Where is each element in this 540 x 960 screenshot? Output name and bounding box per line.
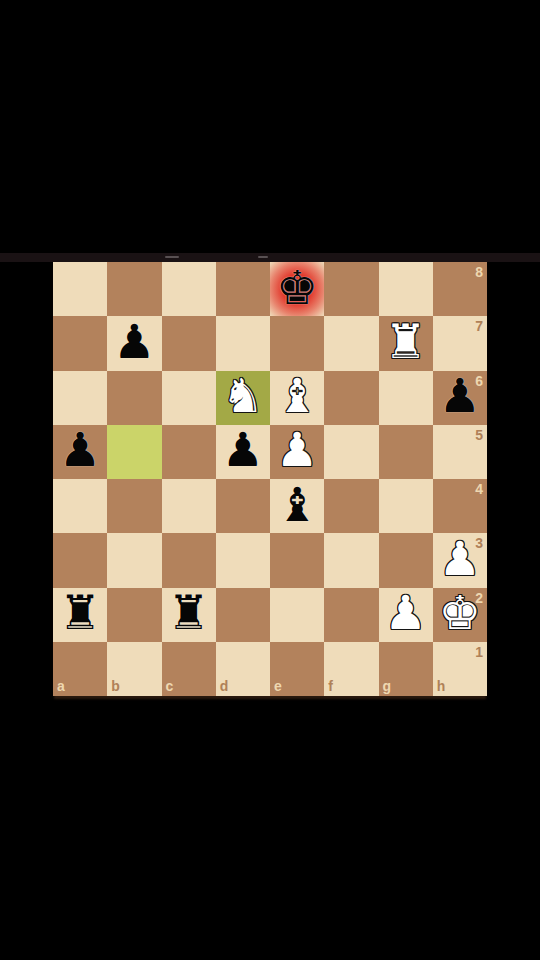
rank-coordinate-5: 5 (475, 428, 483, 442)
square-f6[interactable] (324, 371, 378, 425)
square-h1[interactable]: h1 (433, 642, 487, 696)
app-screen: ♚8♟♜7♞♝♟6♟♟♟5♝4♟3♜♜♟♚2abcdefgh1 (0, 0, 540, 960)
square-h4[interactable]: 4 (433, 479, 487, 533)
square-b6[interactable] (107, 371, 161, 425)
piece-black-pawn[interactable]: ♟ (113, 318, 155, 365)
piece-white-bishop[interactable]: ♝ (276, 372, 318, 419)
piece-black-rook[interactable]: ♜ (59, 589, 101, 636)
rank-coordinate-2: 2 (475, 591, 483, 605)
file-coordinate-h: h (437, 679, 446, 693)
square-c8[interactable] (162, 262, 216, 316)
square-b8[interactable] (107, 262, 161, 316)
square-a8[interactable] (53, 262, 107, 316)
square-h2[interactable]: ♚2 (433, 588, 487, 642)
file-coordinate-c: c (166, 679, 174, 693)
square-h7[interactable]: 7 (433, 316, 487, 370)
file-coordinate-f: f (328, 679, 333, 693)
square-h5[interactable]: 5 (433, 425, 487, 479)
square-b3[interactable] (107, 533, 161, 587)
square-g3[interactable] (379, 533, 433, 587)
file-coordinate-d: d (220, 679, 229, 693)
chess-board: ♚8♟♜7♞♝♟6♟♟♟5♝4♟3♜♜♟♚2abcdefgh1 (53, 262, 487, 696)
square-a7[interactable] (53, 316, 107, 370)
square-f7[interactable] (324, 316, 378, 370)
square-d1[interactable]: d (216, 642, 270, 696)
square-a5[interactable]: ♟ (53, 425, 107, 479)
clipped-ui-text-bar (0, 253, 540, 262)
square-e2[interactable] (270, 588, 324, 642)
square-h3[interactable]: ♟3 (433, 533, 487, 587)
square-c2[interactable]: ♜ (162, 588, 216, 642)
square-c6[interactable] (162, 371, 216, 425)
square-d8[interactable] (216, 262, 270, 316)
piece-black-pawn[interactable]: ♟ (59, 426, 101, 473)
square-g1[interactable]: g (379, 642, 433, 696)
square-e6[interactable]: ♝ (270, 371, 324, 425)
square-b2[interactable] (107, 588, 161, 642)
clipped-glyph (258, 256, 268, 258)
square-f3[interactable] (324, 533, 378, 587)
square-d7[interactable] (216, 316, 270, 370)
clipped-glyph (165, 256, 179, 258)
square-b1[interactable]: b (107, 642, 161, 696)
square-c1[interactable]: c (162, 642, 216, 696)
square-h8[interactable]: 8 (433, 262, 487, 316)
square-f2[interactable] (324, 588, 378, 642)
square-c7[interactable] (162, 316, 216, 370)
piece-black-king[interactable]: ♚ (276, 264, 318, 311)
piece-white-knight[interactable]: ♞ (222, 372, 264, 419)
square-a6[interactable] (53, 371, 107, 425)
square-g7[interactable]: ♜ (379, 316, 433, 370)
piece-white-rook[interactable]: ♜ (385, 318, 427, 365)
square-c4[interactable] (162, 479, 216, 533)
square-e8[interactable]: ♚ (270, 262, 324, 316)
rank-coordinate-7: 7 (475, 319, 483, 333)
square-d3[interactable] (216, 533, 270, 587)
square-g4[interactable] (379, 479, 433, 533)
square-d2[interactable] (216, 588, 270, 642)
square-f5[interactable] (324, 425, 378, 479)
piece-black-pawn[interactable]: ♟ (222, 426, 264, 473)
square-f8[interactable] (324, 262, 378, 316)
square-a2[interactable]: ♜ (53, 588, 107, 642)
file-coordinate-b: b (111, 679, 120, 693)
square-g6[interactable] (379, 371, 433, 425)
square-g5[interactable] (379, 425, 433, 479)
rank-coordinate-3: 3 (475, 536, 483, 550)
square-e1[interactable]: e (270, 642, 324, 696)
square-f4[interactable] (324, 479, 378, 533)
square-a4[interactable] (53, 479, 107, 533)
square-e5[interactable]: ♟ (270, 425, 324, 479)
square-g2[interactable]: ♟ (379, 588, 433, 642)
square-d5[interactable]: ♟ (216, 425, 270, 479)
square-b7[interactable]: ♟ (107, 316, 161, 370)
file-coordinate-a: a (57, 679, 65, 693)
rank-coordinate-1: 1 (475, 645, 483, 659)
square-d4[interactable] (216, 479, 270, 533)
square-c3[interactable] (162, 533, 216, 587)
file-coordinate-e: e (274, 679, 282, 693)
square-b4[interactable] (107, 479, 161, 533)
square-f1[interactable]: f (324, 642, 378, 696)
square-h6[interactable]: ♟6 (433, 371, 487, 425)
square-d6[interactable]: ♞ (216, 371, 270, 425)
rank-coordinate-4: 4 (475, 482, 483, 496)
square-b5[interactable] (107, 425, 161, 479)
square-a3[interactable] (53, 533, 107, 587)
square-g8[interactable] (379, 262, 433, 316)
rank-coordinate-8: 8 (475, 265, 483, 279)
piece-white-pawn[interactable]: ♟ (385, 589, 427, 636)
square-c5[interactable] (162, 425, 216, 479)
file-coordinate-g: g (383, 679, 392, 693)
square-e3[interactable] (270, 533, 324, 587)
square-a1[interactable]: a (53, 642, 107, 696)
square-e7[interactable] (270, 316, 324, 370)
rank-coordinate-6: 6 (475, 374, 483, 388)
piece-black-rook[interactable]: ♜ (168, 589, 210, 636)
piece-black-bishop[interactable]: ♝ (276, 481, 318, 528)
square-e4[interactable]: ♝ (270, 479, 324, 533)
piece-white-pawn[interactable]: ♟ (276, 426, 318, 473)
